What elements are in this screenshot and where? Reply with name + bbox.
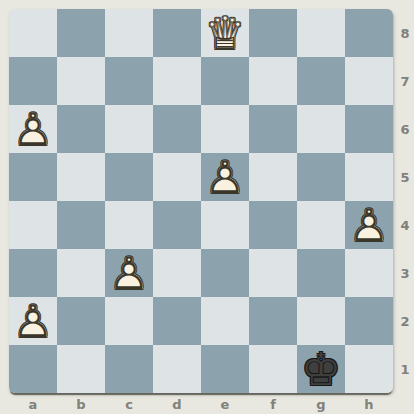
square-a4[interactable] bbox=[9, 201, 57, 249]
file-labels: abcdefgh bbox=[9, 397, 393, 413]
square-b3[interactable] bbox=[57, 249, 105, 297]
square-g1[interactable]: ♚ bbox=[297, 345, 345, 393]
square-h6[interactable] bbox=[345, 105, 393, 153]
square-e1[interactable] bbox=[201, 345, 249, 393]
square-h8[interactable] bbox=[345, 9, 393, 57]
square-c7[interactable] bbox=[105, 57, 153, 105]
file-label-f: f bbox=[249, 397, 297, 413]
square-g2[interactable] bbox=[297, 297, 345, 345]
square-b1[interactable] bbox=[57, 345, 105, 393]
file-label-e: e bbox=[201, 397, 249, 413]
file-label-b: b bbox=[57, 397, 105, 413]
piece-fill-glyph: ♚ bbox=[297, 345, 345, 393]
white-queen[interactable]: ♛♕ bbox=[201, 9, 249, 57]
piece-outline-glyph: ♙ bbox=[201, 153, 249, 201]
square-c2[interactable] bbox=[105, 297, 153, 345]
white-pawn[interactable]: ♟♙ bbox=[9, 297, 57, 345]
square-g8[interactable] bbox=[297, 9, 345, 57]
square-a2[interactable]: ♟♙ bbox=[9, 297, 57, 345]
piece-outline-glyph: ♙ bbox=[105, 249, 153, 297]
square-d1[interactable] bbox=[153, 345, 201, 393]
square-c8[interactable] bbox=[105, 9, 153, 57]
square-a3[interactable] bbox=[9, 249, 57, 297]
square-c6[interactable] bbox=[105, 105, 153, 153]
piece-outline-glyph: ♕ bbox=[201, 9, 249, 57]
square-g6[interactable] bbox=[297, 105, 345, 153]
rank-label-6: 6 bbox=[396, 105, 414, 153]
square-h1[interactable] bbox=[345, 345, 393, 393]
square-b7[interactable] bbox=[57, 57, 105, 105]
rank-label-3: 3 bbox=[396, 249, 414, 297]
square-g7[interactable] bbox=[297, 57, 345, 105]
file-label-g: g bbox=[297, 397, 345, 413]
file-label-c: c bbox=[105, 397, 153, 413]
square-e3[interactable] bbox=[201, 249, 249, 297]
chess-board: ♛♕♟♙♟♙♟♙♟♙♟♙♚ bbox=[9, 9, 393, 393]
square-e5[interactable]: ♟♙ bbox=[201, 153, 249, 201]
square-f6[interactable] bbox=[249, 105, 297, 153]
file-label-a: a bbox=[9, 397, 57, 413]
square-h7[interactable] bbox=[345, 57, 393, 105]
rank-labels: 87654321 bbox=[396, 9, 414, 393]
square-c4[interactable] bbox=[105, 201, 153, 249]
square-b8[interactable] bbox=[57, 9, 105, 57]
square-f5[interactable] bbox=[249, 153, 297, 201]
square-b4[interactable] bbox=[57, 201, 105, 249]
square-e2[interactable] bbox=[201, 297, 249, 345]
piece-outline-glyph: ♙ bbox=[9, 297, 57, 345]
square-b5[interactable] bbox=[57, 153, 105, 201]
square-g5[interactable] bbox=[297, 153, 345, 201]
white-pawn[interactable]: ♟♙ bbox=[201, 153, 249, 201]
rank-label-5: 5 bbox=[396, 153, 414, 201]
square-e7[interactable] bbox=[201, 57, 249, 105]
square-f4[interactable] bbox=[249, 201, 297, 249]
square-a1[interactable] bbox=[9, 345, 57, 393]
square-b2[interactable] bbox=[57, 297, 105, 345]
piece-outline-glyph: ♙ bbox=[9, 105, 57, 153]
square-h5[interactable] bbox=[345, 153, 393, 201]
square-h4[interactable]: ♟♙ bbox=[345, 201, 393, 249]
file-label-h: h bbox=[345, 397, 393, 413]
square-c5[interactable] bbox=[105, 153, 153, 201]
square-g3[interactable] bbox=[297, 249, 345, 297]
rank-label-1: 1 bbox=[396, 345, 414, 393]
square-e4[interactable] bbox=[201, 201, 249, 249]
rank-label-7: 7 bbox=[396, 57, 414, 105]
square-a8[interactable] bbox=[9, 9, 57, 57]
square-d7[interactable] bbox=[153, 57, 201, 105]
square-d4[interactable] bbox=[153, 201, 201, 249]
square-e6[interactable] bbox=[201, 105, 249, 153]
black-king[interactable]: ♚ bbox=[297, 345, 345, 393]
square-e8[interactable]: ♛♕ bbox=[201, 9, 249, 57]
white-pawn[interactable]: ♟♙ bbox=[345, 201, 393, 249]
square-a7[interactable] bbox=[9, 57, 57, 105]
file-label-d: d bbox=[153, 397, 201, 413]
piece-outline-glyph: ♙ bbox=[345, 201, 393, 249]
square-d8[interactable] bbox=[153, 9, 201, 57]
white-pawn[interactable]: ♟♙ bbox=[105, 249, 153, 297]
square-f7[interactable] bbox=[249, 57, 297, 105]
square-d2[interactable] bbox=[153, 297, 201, 345]
square-f1[interactable] bbox=[249, 345, 297, 393]
square-f3[interactable] bbox=[249, 249, 297, 297]
square-d3[interactable] bbox=[153, 249, 201, 297]
square-h3[interactable] bbox=[345, 249, 393, 297]
square-d5[interactable] bbox=[153, 153, 201, 201]
square-c1[interactable] bbox=[105, 345, 153, 393]
square-f8[interactable] bbox=[249, 9, 297, 57]
square-a5[interactable] bbox=[9, 153, 57, 201]
square-d6[interactable] bbox=[153, 105, 201, 153]
square-c3[interactable]: ♟♙ bbox=[105, 249, 153, 297]
square-g4[interactable] bbox=[297, 201, 345, 249]
white-pawn[interactable]: ♟♙ bbox=[9, 105, 57, 153]
square-a6[interactable]: ♟♙ bbox=[9, 105, 57, 153]
rank-label-4: 4 bbox=[396, 201, 414, 249]
rank-label-2: 2 bbox=[396, 297, 414, 345]
rank-label-8: 8 bbox=[396, 9, 414, 57]
square-b6[interactable] bbox=[57, 105, 105, 153]
square-h2[interactable] bbox=[345, 297, 393, 345]
square-f2[interactable] bbox=[249, 297, 297, 345]
